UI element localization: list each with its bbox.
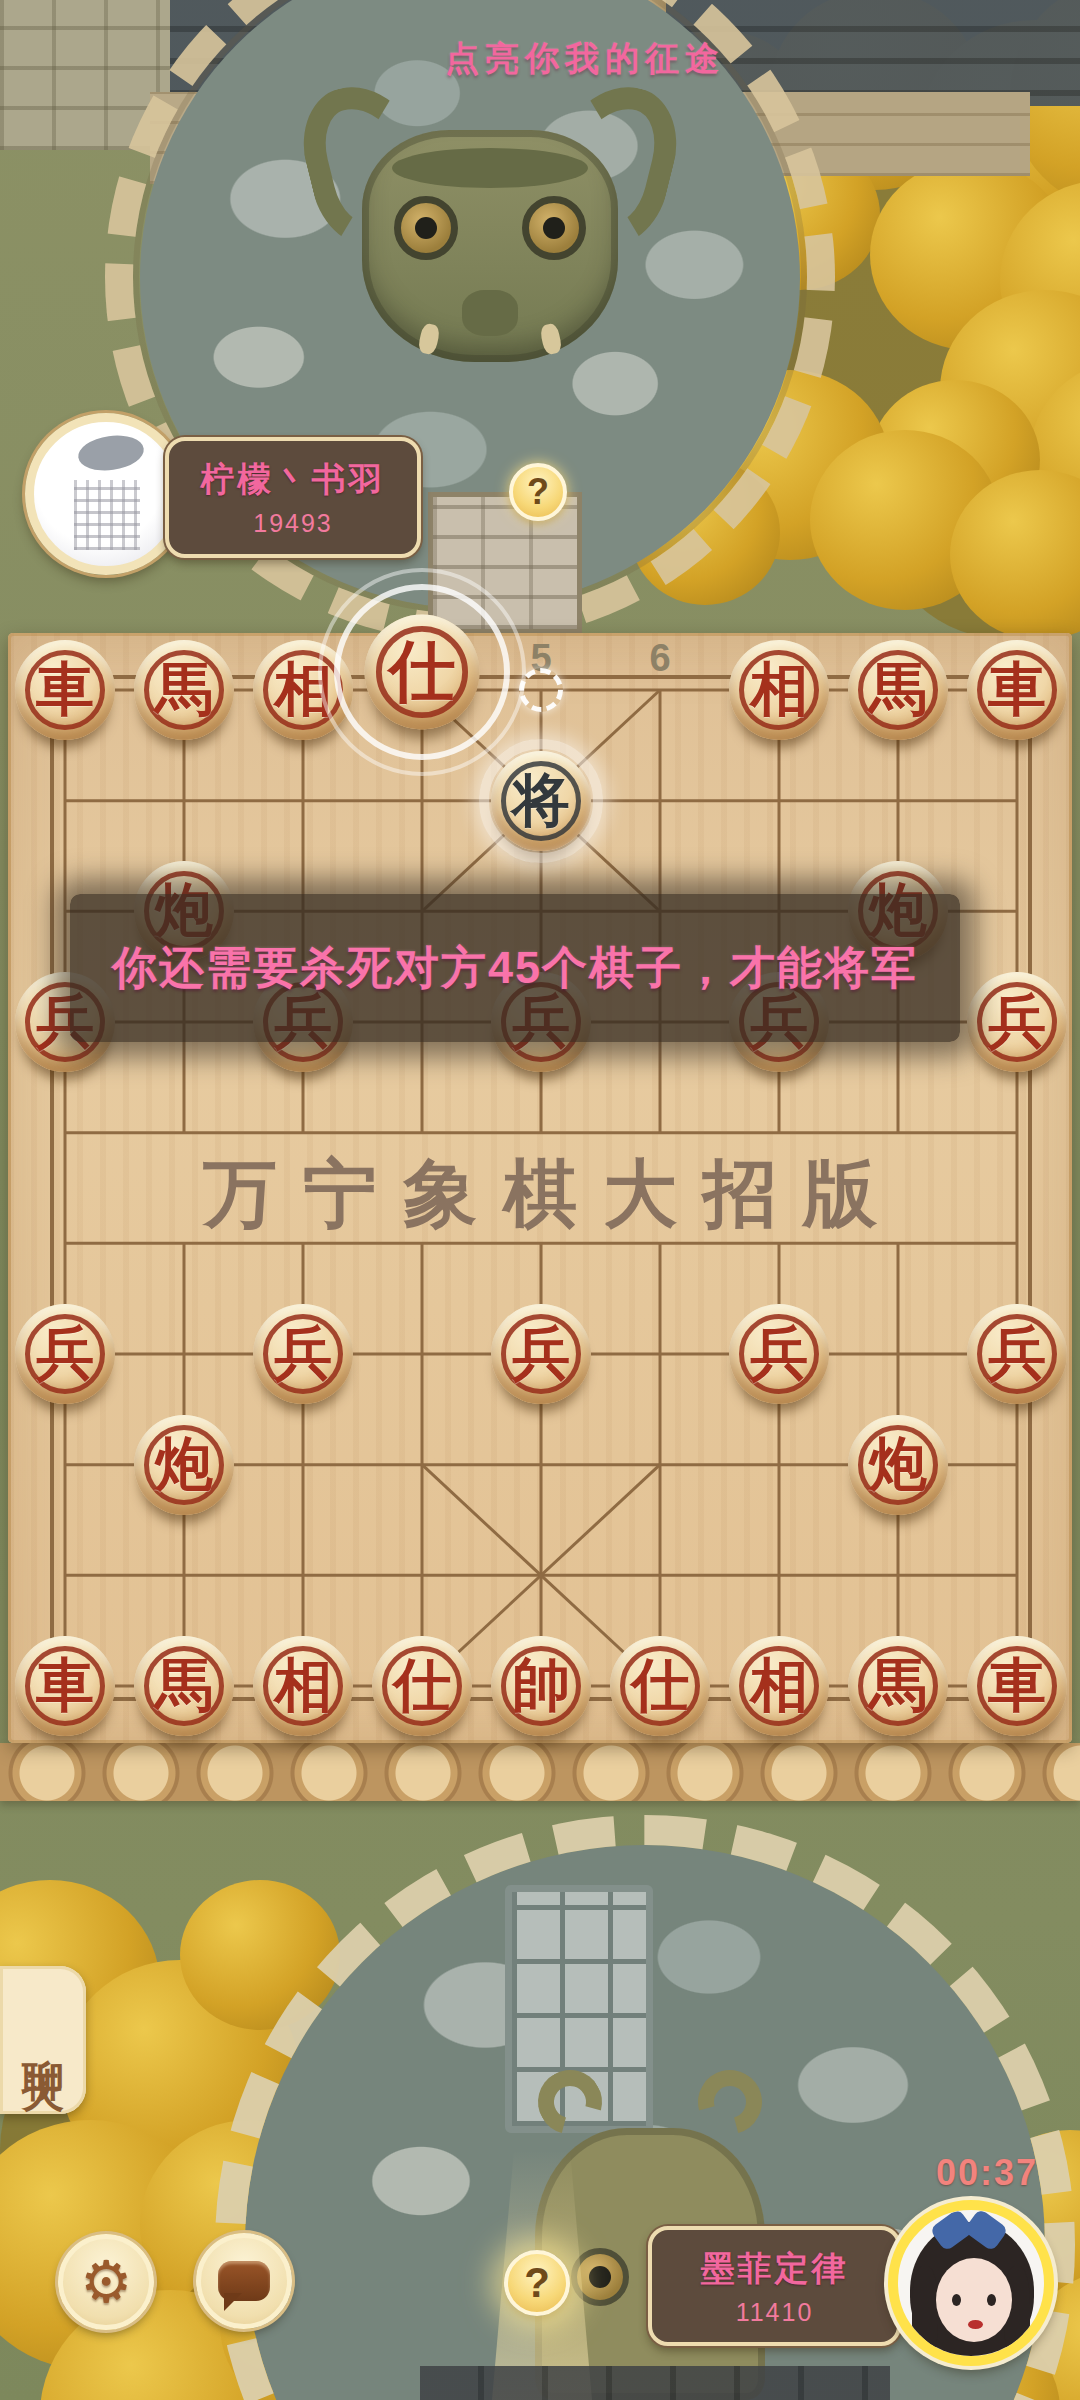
bottom-planks xyxy=(420,2366,890,2400)
help-button-bottom[interactable]: ? xyxy=(504,2250,570,2316)
question-mark-icon: ? xyxy=(524,2259,550,2307)
piece-仕[interactable]: 仕 xyxy=(610,1636,710,1736)
piece-帥[interactable]: 帥 xyxy=(491,1636,591,1736)
piece-兵[interactable]: 兵 xyxy=(15,1304,115,1404)
piece-炮[interactable]: 炮 xyxy=(848,1415,948,1515)
player-rating: 11410 xyxy=(736,2298,814,2327)
opponent-rating: 19493 xyxy=(253,509,333,538)
piece-兵[interactable]: 兵 xyxy=(491,1304,591,1404)
speech-bubble-icon xyxy=(218,2261,270,2301)
xiangqi-board[interactable]: 5 6 万宁象棋大招版 車馬相仕相馬車将炮炮兵兵兵兵兵兵兵兵兵兵炮炮車馬相仕帥仕… xyxy=(8,633,1072,1743)
opponent-name: 柠檬丶书羽 xyxy=(201,457,386,503)
settings-button[interactable]: ⚙ xyxy=(58,2234,154,2330)
piece-車[interactable]: 車 xyxy=(15,1636,115,1736)
player-avatar[interactable] xyxy=(888,2200,1054,2366)
piece-車[interactable]: 車 xyxy=(967,640,1067,740)
check-halo xyxy=(479,739,603,863)
objective-text: 你还需要杀死对方45个棋子，才能将军 xyxy=(112,938,918,998)
avatar-art xyxy=(76,432,146,475)
opponent-name-plate: 柠檬丶书羽 19493 xyxy=(165,437,421,558)
taotie-carving-top xyxy=(300,58,680,398)
piece-相[interactable]: 相 xyxy=(729,1636,829,1736)
piece-相[interactable]: 相 xyxy=(729,640,829,740)
piece-相[interactable]: 相 xyxy=(253,1636,353,1736)
game-screen: 点亮你我的征途 柠檬丶书羽 19493 ? xyxy=(0,0,1080,2400)
page-title: 点亮你我的征途 xyxy=(445,36,725,82)
move-target-indicator xyxy=(519,668,563,712)
question-mark-icon: ? xyxy=(527,471,549,513)
player-name: 墨菲定律 xyxy=(701,2246,849,2292)
piece-兵[interactable]: 兵 xyxy=(967,1304,1067,1404)
piece-仕[interactable]: 仕 xyxy=(372,1636,472,1736)
piece-馬[interactable]: 馬 xyxy=(134,640,234,740)
piece-兵[interactable]: 兵 xyxy=(967,972,1067,1072)
piece-仕[interactable]: 仕 xyxy=(365,615,480,730)
piece-車[interactable]: 車 xyxy=(15,640,115,740)
piece-車[interactable]: 車 xyxy=(967,1636,1067,1736)
opponent-avatar[interactable] xyxy=(25,413,187,575)
gear-icon: ⚙ xyxy=(80,2248,132,2316)
piece-馬[interactable]: 馬 xyxy=(848,1636,948,1736)
move-timer: 00:37 xyxy=(936,2152,1038,2194)
objective-banner: 你还需要杀死对方45个棋子，才能将军 xyxy=(70,894,960,1042)
piece-兵[interactable]: 兵 xyxy=(253,1304,353,1404)
piece-馬[interactable]: 馬 xyxy=(848,640,948,740)
piece-馬[interactable]: 馬 xyxy=(134,1636,234,1736)
chat-tab[interactable]: 聊天 xyxy=(0,1966,86,2114)
chat-button[interactable] xyxy=(196,2233,292,2329)
piece-兵[interactable]: 兵 xyxy=(729,1304,829,1404)
pieces-layer: 車馬相仕相馬車将炮炮兵兵兵兵兵兵兵兵兵兵炮炮車馬相仕帥仕相馬車 xyxy=(8,633,1072,1743)
roof-tile-strip xyxy=(0,1743,1080,1801)
help-button-top[interactable]: ? xyxy=(509,463,567,521)
player-name-plate: 墨菲定律 11410 xyxy=(648,2226,901,2346)
piece-炮[interactable]: 炮 xyxy=(134,1415,234,1515)
